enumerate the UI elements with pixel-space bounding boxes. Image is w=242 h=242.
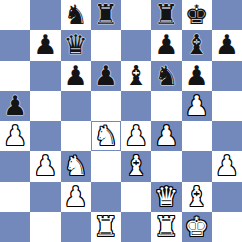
square-f2[interactable]: ♛	[151, 182, 181, 212]
square-h4[interactable]	[212, 121, 242, 151]
square-a1[interactable]	[0, 212, 30, 242]
piece-white-pawn: ♟	[124, 121, 148, 151]
square-a6[interactable]	[0, 61, 30, 91]
square-f5[interactable]	[151, 91, 181, 121]
piece-black-bishop: ♝	[185, 30, 209, 60]
square-g7[interactable]: ♝	[182, 30, 212, 60]
square-b2[interactable]	[30, 182, 60, 212]
square-d8[interactable]: ♜	[91, 0, 121, 30]
square-e5[interactable]	[121, 91, 151, 121]
square-e7[interactable]	[121, 30, 151, 60]
piece-white-pawn: ♟	[33, 151, 57, 181]
piece-black-knight: ♞	[64, 0, 88, 30]
square-a2[interactable]	[0, 182, 30, 212]
square-c8[interactable]: ♞	[61, 0, 91, 30]
square-g4[interactable]	[182, 121, 212, 151]
piece-white-knight: ♞	[64, 151, 88, 181]
piece-black-pawn: ♟	[215, 30, 239, 60]
piece-white-bishop: ♝	[124, 151, 148, 181]
square-g2[interactable]: ♝	[182, 182, 212, 212]
square-d3[interactable]	[91, 151, 121, 181]
square-e4[interactable]: ♟	[121, 121, 151, 151]
piece-black-pawn: ♟	[64, 61, 88, 91]
square-e3[interactable]: ♝	[121, 151, 151, 181]
square-e6[interactable]: ♝	[121, 61, 151, 91]
square-g3[interactable]	[182, 151, 212, 181]
piece-black-king: ♚	[185, 0, 209, 30]
square-f8[interactable]: ♜	[151, 0, 181, 30]
square-f4[interactable]: ♟	[151, 121, 181, 151]
square-c5[interactable]	[61, 91, 91, 121]
piece-black-knight: ♞	[154, 61, 178, 91]
square-g5[interactable]: ♟	[182, 91, 212, 121]
square-g8[interactable]: ♚	[182, 0, 212, 30]
piece-white-rook: ♜	[94, 212, 118, 242]
square-b5[interactable]	[30, 91, 60, 121]
piece-white-pawn: ♟	[215, 151, 239, 181]
piece-white-king: ♚	[185, 212, 209, 242]
square-d5[interactable]	[91, 91, 121, 121]
square-h1[interactable]	[212, 212, 242, 242]
square-a3[interactable]	[0, 151, 30, 181]
square-d4[interactable]: ♞	[91, 121, 121, 151]
square-a7[interactable]	[0, 30, 30, 60]
square-d6[interactable]: ♟	[91, 61, 121, 91]
piece-white-pawn: ♟	[3, 121, 27, 151]
square-g1[interactable]: ♚	[182, 212, 212, 242]
piece-white-pawn: ♟	[64, 182, 88, 212]
square-f7[interactable]: ♟	[151, 30, 181, 60]
piece-white-rook: ♜	[154, 212, 178, 242]
piece-black-bishop: ♝	[124, 61, 148, 91]
square-c6[interactable]: ♟	[61, 61, 91, 91]
piece-black-pawn: ♟	[33, 30, 57, 60]
square-h5[interactable]	[212, 91, 242, 121]
piece-black-pawn: ♟	[3, 91, 27, 121]
square-d7[interactable]	[91, 30, 121, 60]
square-b3[interactable]: ♟	[30, 151, 60, 181]
piece-white-pawn: ♟	[185, 91, 209, 121]
piece-black-rook: ♜	[154, 0, 178, 30]
chess-diagram: ♞♜♜♚♟♛♟♝♟♟♟♝♞♟♟♟♟♞♟♟♟♞♝♟♟♛♝♜♜♚	[0, 0, 242, 242]
piece-black-pawn: ♟	[154, 30, 178, 60]
square-e2[interactable]	[121, 182, 151, 212]
square-h6[interactable]	[212, 61, 242, 91]
square-a5[interactable]: ♟	[0, 91, 30, 121]
square-h7[interactable]: ♟	[212, 30, 242, 60]
square-c7[interactable]: ♛	[61, 30, 91, 60]
square-b8[interactable]	[30, 0, 60, 30]
square-c3[interactable]: ♞	[61, 151, 91, 181]
square-g6[interactable]: ♟	[182, 61, 212, 91]
square-b7[interactable]: ♟	[30, 30, 60, 60]
square-c1[interactable]	[61, 212, 91, 242]
square-f3[interactable]	[151, 151, 181, 181]
square-h3[interactable]: ♟	[212, 151, 242, 181]
piece-black-pawn: ♟	[185, 61, 209, 91]
piece-black-queen: ♛	[64, 30, 88, 60]
piece-white-bishop: ♝	[185, 182, 209, 212]
piece-black-rook: ♜	[94, 0, 118, 30]
square-d2[interactable]	[91, 182, 121, 212]
square-f1[interactable]: ♜	[151, 212, 181, 242]
square-c4[interactable]	[61, 121, 91, 151]
piece-white-knight: ♞	[94, 121, 118, 151]
square-a8[interactable]	[0, 0, 30, 30]
square-b4[interactable]	[30, 121, 60, 151]
square-f6[interactable]: ♞	[151, 61, 181, 91]
square-e8[interactable]	[121, 0, 151, 30]
square-e1[interactable]	[121, 212, 151, 242]
square-b1[interactable]	[30, 212, 60, 242]
square-c2[interactable]: ♟	[61, 182, 91, 212]
piece-white-queen: ♛	[154, 182, 178, 212]
square-h8[interactable]	[212, 0, 242, 30]
square-d1[interactable]: ♜	[91, 212, 121, 242]
piece-white-pawn: ♟	[154, 121, 178, 151]
chess-board: ♞♜♜♚♟♛♟♝♟♟♟♝♞♟♟♟♟♞♟♟♟♞♝♟♟♛♝♜♜♚	[0, 0, 242, 242]
square-h2[interactable]	[212, 182, 242, 212]
square-b6[interactable]	[30, 61, 60, 91]
square-a4[interactable]: ♟	[0, 121, 30, 151]
piece-black-pawn: ♟	[94, 61, 118, 91]
